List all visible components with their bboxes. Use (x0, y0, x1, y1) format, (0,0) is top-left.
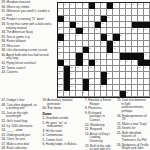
cell-number: 55 (58, 72, 60, 74)
clue-text: Like alternating-current circuits (6, 48, 48, 52)
cell-number: 43 (64, 60, 66, 62)
across-clues-left-column: 29. Meadow measure30. Where ivy climbs31… (2, 1, 54, 76)
clue-text: Wandering (89, 123, 104, 127)
clue-text: Product screening "D" done! (6, 17, 44, 21)
cell-number: 46 (120, 60, 122, 62)
cell-number: 53 (138, 66, 140, 68)
down-clues-bottom-column-3: 7. Emulate a Forest Ranger8. Pleasures9.… (85, 99, 114, 150)
cell-number: 64 (89, 85, 91, 87)
cell-number: 52 (89, 66, 91, 68)
clue-item: 9. B-shaped package, in Cannes (85, 112, 114, 123)
clue-text: He goes "on" at midsummer (45, 121, 67, 129)
cell-number: 69 (126, 91, 128, 93)
clue-text: Caverns (6, 70, 18, 74)
clue-text: Guarded corridor (45, 116, 69, 120)
cell-number: 14 (58, 9, 60, 11)
white-cell[interactable] (144, 91, 150, 97)
cell-number: 5 (83, 3, 84, 5)
clue-item: 26. Barbarous of Orville Wright and John… (117, 144, 149, 150)
clue-item: 13. Built to the side, as one side of a … (85, 145, 114, 150)
cell-number: 2 (64, 3, 65, 5)
cell-number: 30 (77, 34, 79, 36)
cell-number: 10 (126, 3, 128, 5)
clue-text: The American Navy (6, 30, 33, 34)
cell-number: 41 (108, 53, 110, 55)
clue-text: Icy 1040 alternative (6, 124, 33, 128)
clue-text: Arrive at King's Landing University (89, 132, 110, 143)
cell-number: 45 (95, 60, 97, 62)
clue-text: Emulate a Forest Ranger (88, 98, 112, 106)
clue-text: Just on the right wavelength (6, 111, 28, 119)
clue-text: Script that came with a look and a train… (6, 22, 52, 30)
cell-number: 50 (71, 66, 73, 68)
clue-text: Make a new deal (6, 142, 30, 146)
clue-item: 60. Run down (43, 107, 82, 111)
cell-number: 65 (101, 85, 103, 87)
clue-text: Built to the side, as one side of a doll… (89, 144, 111, 150)
clue-text: Endangerments of '29 (121, 114, 146, 122)
clue-item: 43. Caverns (2, 71, 54, 75)
cell-number: 38 (114, 47, 116, 49)
cell-number: 23 (71, 28, 73, 30)
clue-text: Underground part (6, 133, 30, 137)
clue-text: Agent bulb who has had served very long (6, 53, 49, 61)
clue-text: Tennis council (6, 66, 26, 70)
clue-text: Meadow measure (6, 0, 31, 4)
clue-item: 59. Australia's national gemstone (43, 99, 82, 106)
clue-text: Sea or game, e.g. (6, 35, 31, 39)
clue-text: Whenever you smell it, trouble is near (6, 9, 50, 17)
clue-text: Pleasures (88, 106, 102, 110)
cell-number: 25 (95, 28, 97, 30)
cell-number: 40 (83, 53, 85, 55)
cell-number: 13 (144, 3, 146, 5)
cell-number: 39 (58, 53, 60, 55)
clue-text: Flying fixture overhaul (6, 61, 36, 65)
clue-item: 2. He goes "on" at midsummer (43, 122, 82, 129)
clue-item: 12. Arrive at King's Landing University (85, 133, 114, 144)
cell-number: 21 (101, 22, 103, 24)
clue-item: 58. Rush collection (2, 147, 39, 150)
cell-number: 34 (101, 41, 103, 43)
cell-number: 33 (58, 41, 60, 43)
clue-item: 51. Just on the right wavelength (2, 112, 39, 119)
cell-number: 36 (58, 47, 60, 49)
cell-number: 1 (58, 3, 59, 5)
cell-number: 17 (64, 16, 66, 18)
cell-number: 61 (108, 78, 110, 80)
cell-number: 4 (77, 3, 78, 5)
cell-number: 66 (58, 91, 60, 93)
cell-number: 47 (126, 60, 128, 62)
cell-number: 57 (108, 72, 110, 74)
down-clues-bottom-column-4: 15. Dark line between in fight announcem… (117, 99, 149, 150)
cell-number: 63 (71, 85, 73, 87)
cell-number: 19 (58, 22, 60, 24)
cell-number: 59 (71, 78, 73, 80)
cell-number: 22 (58, 28, 60, 30)
clue-text: Porter follower (6, 39, 26, 43)
clue-text: Chart, for one (6, 137, 25, 141)
cell-number: 29 (64, 34, 66, 36)
clue-text: Coin often dropped, as a wishing well (6, 103, 37, 111)
clue-text: Respond (89, 127, 102, 131)
across-clues-bottom-column-1: 47. Dodger's feat48. Coin often dropped,… (2, 99, 39, 150)
clue-item: 7. Emulate a Forest Ranger (85, 99, 114, 106)
cell-number: 42 (144, 53, 146, 55)
clue-text: Wins over (6, 44, 20, 48)
cell-number: 62 (58, 85, 60, 87)
cell-number: 51 (77, 66, 79, 68)
clue-text: Barbarous of Orville Wright and John Gle… (121, 143, 148, 150)
cell-number: 49 (58, 66, 60, 68)
cell-number: 11 (132, 3, 134, 5)
clue-text: Rush collection (6, 146, 27, 150)
cell-number: 37 (89, 47, 91, 49)
cell-number: 18 (108, 16, 110, 18)
cell-number: 3 (71, 3, 72, 5)
clue-text: ____ - atom (6, 128, 23, 132)
cell-number: 28 (144, 28, 146, 30)
clue-text: Kneels for (121, 126, 135, 130)
cell-number: 9 (120, 3, 121, 5)
clue-item: 33. Script that came with a look and a t… (2, 23, 54, 30)
cell-number: 6 (95, 3, 96, 5)
clue-text: Both identified features of Thomson's Su… (121, 131, 147, 142)
cell-number: 67 (64, 91, 66, 93)
clue-item: 31. Whenever you smell it, trouble is ne… (2, 10, 54, 17)
down-clues-bottom-column-2: 1. Guarded corridor2. He goes "on" at mi… (43, 117, 82, 147)
cell-number: 35 (114, 41, 116, 43)
clue-item: 6. Handy lodge, in Bolivia (43, 143, 82, 147)
cell-number: 16 (108, 9, 110, 11)
bottom-column-2: 59. Australia's national gemstone60. Run… (43, 99, 82, 148)
clue-item: 15. Dark line between in fight announcem… (117, 99, 149, 114)
cell-number: 24 (83, 28, 85, 30)
cell-number: 12 (138, 3, 140, 5)
clue-text: B-shaped package, in Cannes (88, 111, 105, 122)
clue-text: Contaminate (45, 133, 63, 137)
clue-text: Australia's national gemstone (47, 98, 73, 106)
cell-number: 31 (108, 34, 110, 36)
clue-text: Comes level (45, 138, 62, 142)
cell-number: 48 (132, 60, 134, 62)
clue-item: 48. Coin often dropped, as a wishing wel… (2, 104, 39, 111)
clue-text: Dodger's feat (6, 98, 25, 102)
cell-number: 15 (89, 9, 91, 11)
clue-text: Run down (47, 106, 61, 110)
crossword-grid[interactable]: 1234567891011121314151617181920212223242… (57, 2, 150, 98)
clue-text: Girl's travel bag (6, 119, 28, 123)
cell-number: 56 (71, 72, 73, 74)
clue-text: Dark line between in fight announcements… (121, 98, 146, 113)
cell-number: 54 (144, 66, 146, 68)
cell-number: 27 (138, 28, 140, 30)
cell-number: 20 (77, 22, 79, 24)
cell-number: 32 (120, 34, 122, 36)
clue-text: Handy lodge, in Bolivia (45, 142, 76, 146)
cell-number: 7 (101, 3, 102, 5)
cell-number: 44 (83, 60, 85, 62)
across-clues-bottom-column-2: 59. Australia's national gemstone60. Run… (43, 99, 82, 111)
clue-item: 16. Endangerments of '29 (117, 115, 149, 122)
clue-item: 40. Agent bulb who has had served very l… (2, 54, 54, 61)
clue-text: Where ivy climbs (6, 5, 30, 9)
cell-number: 8 (114, 3, 115, 5)
clue-text: Make a new "Doty" (121, 122, 147, 126)
crossword-page: 29. Meadow measure30. Where ivy climbs31… (0, 0, 150, 150)
cell-number: 58 (58, 78, 60, 80)
cell-number: 26 (132, 28, 134, 30)
clue-text: Hit the road (45, 129, 61, 133)
cell-number: 68 (83, 91, 85, 93)
clue-item: 25. Both identified features of Thomson'… (117, 132, 149, 143)
cell-number: 60 (89, 78, 91, 80)
